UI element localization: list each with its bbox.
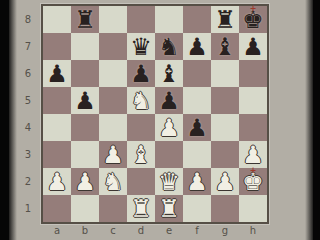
piece-black-bishop[interactable]: ♝ bbox=[214, 35, 236, 59]
square-a5[interactable] bbox=[43, 87, 71, 114]
file-label-c: c bbox=[99, 225, 127, 236]
piece-black-knight[interactable]: ♞ bbox=[158, 35, 180, 59]
square-b4[interactable] bbox=[71, 114, 99, 141]
square-h1[interactable] bbox=[239, 195, 267, 222]
piece-white-pawn[interactable]: ♟ bbox=[242, 143, 264, 167]
square-h7[interactable]: ♟ bbox=[239, 33, 267, 60]
square-g7[interactable]: ♝ bbox=[211, 33, 239, 60]
square-h8[interactable]: ♚+ bbox=[239, 6, 267, 33]
rank-label-2: 2 bbox=[20, 168, 36, 195]
square-c7[interactable] bbox=[99, 33, 127, 60]
letterbox-left bbox=[0, 0, 9, 240]
piece-white-rook[interactable]: ♜ bbox=[158, 197, 180, 221]
square-e1[interactable]: ♜ bbox=[155, 195, 183, 222]
rank-labels: 87654321 bbox=[20, 6, 36, 222]
square-e8[interactable] bbox=[155, 6, 183, 33]
square-c1[interactable] bbox=[99, 195, 127, 222]
square-a6[interactable]: ♟ bbox=[43, 60, 71, 87]
square-e2[interactable]: ♛ bbox=[155, 168, 183, 195]
square-f7[interactable]: ♟ bbox=[183, 33, 211, 60]
piece-black-pawn[interactable]: ♟ bbox=[242, 35, 264, 59]
file-label-a: a bbox=[43, 225, 71, 236]
square-d6[interactable]: ♟ bbox=[127, 60, 155, 87]
square-d7[interactable]: ♛ bbox=[127, 33, 155, 60]
video-frame: 87654321 ♜♜♚+♛♞♟♝♟♟♟♝♟♞♟♟♟♟♝♟♟♟♞♛♟♟♚+♜♜ … bbox=[0, 0, 320, 240]
square-b1[interactable] bbox=[71, 195, 99, 222]
piece-white-pawn[interactable]: ♟ bbox=[214, 170, 236, 194]
rank-label-3: 3 bbox=[20, 141, 36, 168]
file-label-h: h bbox=[239, 225, 267, 236]
square-h2[interactable]: ♚+ bbox=[239, 168, 267, 195]
square-c6[interactable] bbox=[99, 60, 127, 87]
piece-white-pawn[interactable]: ♟ bbox=[46, 170, 68, 194]
square-d1[interactable]: ♜ bbox=[127, 195, 155, 222]
piece-white-rook[interactable]: ♜ bbox=[130, 197, 152, 221]
file-label-f: f bbox=[183, 225, 211, 236]
piece-white-knight[interactable]: ♞ bbox=[102, 170, 124, 194]
letterbox-right bbox=[313, 0, 320, 240]
piece-black-pawn[interactable]: ♟ bbox=[46, 62, 68, 86]
square-b7[interactable] bbox=[71, 33, 99, 60]
file-label-d: d bbox=[127, 225, 155, 236]
edge-shadow-right bbox=[305, 0, 313, 240]
square-f8[interactable] bbox=[183, 6, 211, 33]
chess-board: ♜♜♚+♛♞♟♝♟♟♟♝♟♞♟♟♟♟♝♟♟♟♞♛♟♟♚+♜♜ bbox=[41, 4, 269, 224]
square-b6[interactable] bbox=[71, 60, 99, 87]
square-d4[interactable] bbox=[127, 114, 155, 141]
square-g3[interactable] bbox=[211, 141, 239, 168]
king-cross-icon: + bbox=[250, 167, 257, 175]
square-f2[interactable]: ♟ bbox=[183, 168, 211, 195]
square-e3[interactable] bbox=[155, 141, 183, 168]
square-h4[interactable] bbox=[239, 114, 267, 141]
square-b5[interactable]: ♟ bbox=[71, 87, 99, 114]
square-e6[interactable]: ♝ bbox=[155, 60, 183, 87]
square-a8[interactable] bbox=[43, 6, 71, 33]
square-a1[interactable] bbox=[43, 195, 71, 222]
square-a3[interactable] bbox=[43, 141, 71, 168]
square-a2[interactable]: ♟ bbox=[43, 168, 71, 195]
square-e5[interactable]: ♟ bbox=[155, 87, 183, 114]
square-h6[interactable] bbox=[239, 60, 267, 87]
square-e7[interactable]: ♞ bbox=[155, 33, 183, 60]
square-d8[interactable] bbox=[127, 6, 155, 33]
piece-black-queen[interactable]: ♛ bbox=[130, 35, 152, 59]
piece-white-pawn[interactable]: ♟ bbox=[158, 116, 180, 140]
file-labels: abcdefgh bbox=[43, 225, 267, 236]
square-g2[interactable]: ♟ bbox=[211, 168, 239, 195]
piece-white-bishop[interactable]: ♝ bbox=[130, 143, 152, 167]
rank-label-4: 4 bbox=[20, 114, 36, 141]
square-b8[interactable]: ♜ bbox=[71, 6, 99, 33]
piece-black-bishop[interactable]: ♝ bbox=[158, 62, 180, 86]
square-f6[interactable] bbox=[183, 60, 211, 87]
piece-black-pawn[interactable]: ♟ bbox=[130, 62, 152, 86]
square-f1[interactable] bbox=[183, 195, 211, 222]
square-e4[interactable]: ♟ bbox=[155, 114, 183, 141]
square-d2[interactable] bbox=[127, 168, 155, 195]
square-c4[interactable] bbox=[99, 114, 127, 141]
square-g1[interactable] bbox=[211, 195, 239, 222]
piece-black-pawn[interactable]: ♟ bbox=[74, 89, 96, 113]
square-g4[interactable] bbox=[211, 114, 239, 141]
rank-label-6: 6 bbox=[20, 60, 36, 87]
square-c3[interactable]: ♟ bbox=[99, 141, 127, 168]
piece-black-rook[interactable]: ♜ bbox=[214, 8, 236, 32]
piece-white-pawn[interactable]: ♟ bbox=[74, 170, 96, 194]
square-h5[interactable] bbox=[239, 87, 267, 114]
square-f3[interactable] bbox=[183, 141, 211, 168]
piece-black-rook[interactable]: ♜ bbox=[74, 8, 96, 32]
square-f4[interactable]: ♟ bbox=[183, 114, 211, 141]
file-label-b: b bbox=[71, 225, 99, 236]
edge-shadow-left bbox=[9, 0, 17, 240]
square-c5[interactable] bbox=[99, 87, 127, 114]
rank-label-1: 1 bbox=[20, 195, 36, 222]
square-c8[interactable] bbox=[99, 6, 127, 33]
piece-white-knight[interactable]: ♞ bbox=[130, 89, 152, 113]
piece-white-queen[interactable]: ♛ bbox=[158, 170, 180, 194]
square-a4[interactable] bbox=[43, 114, 71, 141]
square-b3[interactable] bbox=[71, 141, 99, 168]
square-g8[interactable]: ♜ bbox=[211, 6, 239, 33]
rank-label-5: 5 bbox=[20, 87, 36, 114]
king-cross-icon: + bbox=[250, 5, 257, 13]
square-h3[interactable]: ♟ bbox=[239, 141, 267, 168]
piece-white-pawn[interactable]: ♟ bbox=[186, 170, 208, 194]
piece-black-pawn[interactable]: ♟ bbox=[186, 35, 208, 59]
file-label-g: g bbox=[211, 225, 239, 236]
square-c2[interactable]: ♞ bbox=[99, 168, 127, 195]
square-g6[interactable] bbox=[211, 60, 239, 87]
square-d3[interactable]: ♝ bbox=[127, 141, 155, 168]
square-g5[interactable] bbox=[211, 87, 239, 114]
piece-white-king[interactable]: ♚+ bbox=[242, 170, 264, 194]
rank-label-8: 8 bbox=[20, 6, 36, 33]
file-label-e: e bbox=[155, 225, 183, 236]
square-d5[interactable]: ♞ bbox=[127, 87, 155, 114]
square-a7[interactable] bbox=[43, 33, 71, 60]
square-f5[interactable] bbox=[183, 87, 211, 114]
piece-black-pawn[interactable]: ♟ bbox=[186, 116, 208, 140]
piece-white-pawn[interactable]: ♟ bbox=[102, 143, 124, 167]
piece-black-king[interactable]: ♚+ bbox=[242, 8, 264, 32]
piece-black-pawn[interactable]: ♟ bbox=[158, 89, 180, 113]
rank-label-7: 7 bbox=[20, 33, 36, 60]
square-b2[interactable]: ♟ bbox=[71, 168, 99, 195]
